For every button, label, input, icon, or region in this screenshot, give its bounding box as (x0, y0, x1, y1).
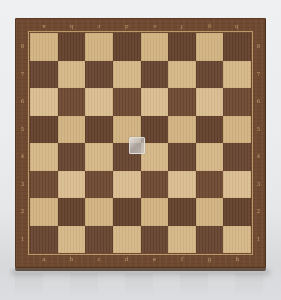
square-g1 (196, 226, 224, 254)
square-b1 (58, 226, 86, 254)
square-b4 (58, 143, 86, 171)
square-f2 (168, 198, 196, 226)
file-label-h: h (223, 21, 251, 31)
rank-labels-left: 87654321 (15, 33, 30, 253)
square-a3 (30, 171, 58, 199)
square-e1 (141, 226, 169, 254)
square-b7 (58, 61, 86, 89)
square-b8 (58, 33, 86, 61)
file-label-e: e (141, 21, 169, 31)
square-g7 (196, 61, 224, 89)
square-c4 (85, 143, 113, 171)
square-c2 (85, 198, 113, 226)
square-c6 (85, 88, 113, 116)
file-label-c: c (85, 255, 113, 265)
rank-label-3: 3 (15, 171, 30, 199)
file-label-g: g (196, 255, 224, 265)
file-label-h: h (223, 255, 251, 265)
square-g3 (196, 171, 224, 199)
square-e7 (141, 61, 169, 89)
file-label-e: e (141, 255, 169, 265)
file-label-b: b (58, 21, 86, 31)
square-c3 (85, 171, 113, 199)
square-b3 (58, 171, 86, 199)
square-f4 (168, 143, 196, 171)
rank-label-2: 2 (15, 198, 30, 226)
gray-square-sticker (129, 137, 145, 154)
square-a7 (30, 61, 58, 89)
file-label-a: a (30, 255, 58, 265)
square-g5 (196, 116, 224, 144)
rank-label-8: 8 (15, 33, 30, 61)
square-h6 (223, 88, 251, 116)
square-c8 (85, 33, 113, 61)
rank-label-7: 7 (15, 61, 30, 89)
square-h4 (223, 143, 251, 171)
file-labels-top: abcdefgh (30, 21, 251, 31)
square-h8 (223, 33, 251, 61)
square-f3 (168, 171, 196, 199)
rank-label-2: 2 (251, 198, 266, 226)
square-h1 (223, 226, 251, 254)
rank-labels-right: 87654321 (251, 33, 266, 253)
file-label-f: f (168, 255, 196, 265)
square-d7 (113, 61, 141, 89)
square-c5 (85, 116, 113, 144)
rank-label-1: 1 (251, 226, 266, 254)
square-h3 (223, 171, 251, 199)
square-d8 (113, 33, 141, 61)
square-c7 (85, 61, 113, 89)
square-h2 (223, 198, 251, 226)
square-d2 (113, 198, 141, 226)
rank-label-5: 5 (15, 116, 30, 144)
rank-label-3: 3 (251, 171, 266, 199)
square-a4 (30, 143, 58, 171)
square-e6 (141, 88, 169, 116)
square-d3 (113, 171, 141, 199)
square-b5 (58, 116, 86, 144)
square-h7 (223, 61, 251, 89)
rank-label-8: 8 (251, 33, 266, 61)
square-d1 (113, 226, 141, 254)
square-a6 (30, 88, 58, 116)
file-label-a: a (30, 21, 58, 31)
square-a8 (30, 33, 58, 61)
square-a1 (30, 226, 58, 254)
rank-label-7: 7 (251, 61, 266, 89)
file-label-d: d (113, 21, 141, 31)
file-label-c: c (85, 21, 113, 31)
square-f5 (168, 116, 196, 144)
rank-label-4: 4 (15, 143, 30, 171)
file-label-f: f (168, 21, 196, 31)
square-g2 (196, 198, 224, 226)
product-photo-scene: abcdefgh abcdefgh 87654321 87654321 (0, 0, 281, 300)
rank-label-4: 4 (251, 143, 266, 171)
rank-label-1: 1 (15, 226, 30, 254)
square-f8 (168, 33, 196, 61)
square-h5 (223, 116, 251, 144)
rank-label-6: 6 (251, 88, 266, 116)
rank-label-5: 5 (251, 116, 266, 144)
square-b2 (58, 198, 86, 226)
square-d6 (113, 88, 141, 116)
rank-label-6: 6 (15, 88, 30, 116)
file-label-d: d (113, 255, 141, 265)
file-label-b: b (58, 255, 86, 265)
square-f1 (168, 226, 196, 254)
board-reflection (15, 273, 266, 298)
file-labels-bottom: abcdefgh (30, 255, 251, 265)
square-g4 (196, 143, 224, 171)
square-e3 (141, 171, 169, 199)
file-label-g: g (196, 21, 224, 31)
square-f6 (168, 88, 196, 116)
square-f7 (168, 61, 196, 89)
square-e2 (141, 198, 169, 226)
square-g8 (196, 33, 224, 61)
square-a5 (30, 116, 58, 144)
square-a2 (30, 198, 58, 226)
square-c1 (85, 226, 113, 254)
square-g6 (196, 88, 224, 116)
square-b6 (58, 88, 86, 116)
square-e8 (141, 33, 169, 61)
